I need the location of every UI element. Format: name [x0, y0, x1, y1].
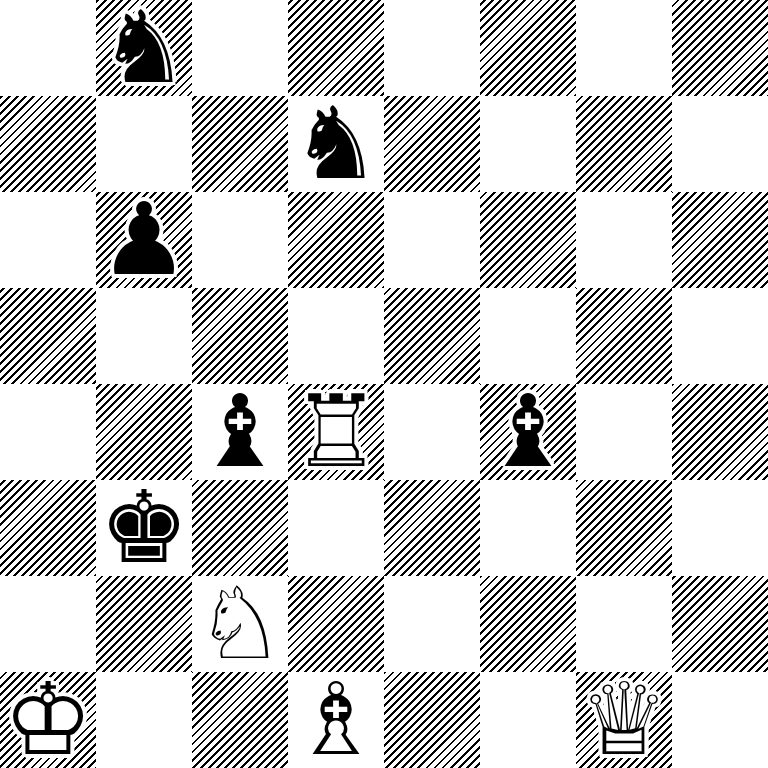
square-h5[interactable] [672, 288, 768, 384]
square-d3[interactable] [288, 480, 384, 576]
black-pawn: ♟ [96, 192, 192, 288]
square-d1[interactable]: ♝♗ [288, 672, 384, 768]
square-a2[interactable] [0, 576, 96, 672]
black-king: ♚ [96, 480, 192, 576]
square-d6[interactable] [288, 192, 384, 288]
square-a5[interactable] [0, 288, 96, 384]
square-e7[interactable] [384, 96, 480, 192]
square-g3[interactable] [576, 480, 672, 576]
square-b1[interactable] [96, 672, 192, 768]
square-c7[interactable] [192, 96, 288, 192]
square-a8[interactable] [0, 0, 96, 96]
black-bishop-glyph: ♝ [480, 384, 576, 480]
square-a1[interactable]: ♚♔ [0, 672, 96, 768]
square-a4[interactable] [0, 384, 96, 480]
square-f1[interactable] [480, 672, 576, 768]
square-c5[interactable] [192, 288, 288, 384]
square-f3[interactable] [480, 480, 576, 576]
white-bishop-outline: ♗ [288, 672, 384, 768]
square-c1[interactable] [192, 672, 288, 768]
square-b2[interactable] [96, 576, 192, 672]
square-b3[interactable]: ♚ [96, 480, 192, 576]
square-c3[interactable] [192, 480, 288, 576]
black-knight-glyph: ♞ [288, 96, 384, 192]
white-rook-outline: ♖ [288, 384, 384, 480]
square-h8[interactable] [672, 0, 768, 96]
square-g5[interactable] [576, 288, 672, 384]
square-g1[interactable]: ♛♕ [576, 672, 672, 768]
black-knight: ♞ [96, 0, 192, 96]
white-queen-outline: ♕ [576, 672, 672, 768]
square-c4[interactable]: ♝ [192, 384, 288, 480]
white-bishop: ♝♗ [288, 672, 384, 768]
black-bishop-glyph: ♝ [192, 384, 288, 480]
square-e8[interactable] [384, 0, 480, 96]
square-f7[interactable] [480, 96, 576, 192]
square-h4[interactable] [672, 384, 768, 480]
square-c2[interactable]: ♞♘ [192, 576, 288, 672]
square-g6[interactable] [576, 192, 672, 288]
square-e1[interactable] [384, 672, 480, 768]
black-bishop: ♝ [192, 384, 288, 480]
square-e4[interactable] [384, 384, 480, 480]
black-pawn-glyph: ♟ [96, 192, 192, 288]
square-h2[interactable] [672, 576, 768, 672]
square-g4[interactable] [576, 384, 672, 480]
square-f4[interactable]: ♝ [480, 384, 576, 480]
square-c8[interactable] [192, 0, 288, 96]
square-b8[interactable]: ♞ [96, 0, 192, 96]
white-king-outline: ♔ [0, 672, 96, 768]
black-king-glyph: ♚ [96, 480, 192, 576]
square-a6[interactable] [0, 192, 96, 288]
square-g2[interactable] [576, 576, 672, 672]
square-d2[interactable] [288, 576, 384, 672]
white-knight: ♞♘ [192, 576, 288, 672]
white-rook: ♜♖ [288, 384, 384, 480]
square-b7[interactable] [96, 96, 192, 192]
square-b4[interactable] [96, 384, 192, 480]
white-knight-outline: ♘ [192, 576, 288, 672]
square-e2[interactable] [384, 576, 480, 672]
square-b6[interactable]: ♟ [96, 192, 192, 288]
square-e6[interactable] [384, 192, 480, 288]
square-a3[interactable] [0, 480, 96, 576]
square-e5[interactable] [384, 288, 480, 384]
square-f8[interactable] [480, 0, 576, 96]
square-h3[interactable] [672, 480, 768, 576]
square-c6[interactable] [192, 192, 288, 288]
black-knight: ♞ [288, 96, 384, 192]
black-bishop: ♝ [480, 384, 576, 480]
square-h6[interactable] [672, 192, 768, 288]
square-f5[interactable] [480, 288, 576, 384]
white-king: ♚♔ [0, 672, 96, 768]
square-d8[interactable] [288, 0, 384, 96]
square-f2[interactable] [480, 576, 576, 672]
square-d4[interactable]: ♜♖ [288, 384, 384, 480]
square-h7[interactable] [672, 96, 768, 192]
square-d7[interactable]: ♞ [288, 96, 384, 192]
square-a7[interactable] [0, 96, 96, 192]
white-queen: ♛♕ [576, 672, 672, 768]
square-g7[interactable] [576, 96, 672, 192]
square-g8[interactable] [576, 0, 672, 96]
square-f6[interactable] [480, 192, 576, 288]
chess-board: ♞♞♟♝♜♖♝♚♞♘♚♔♝♗♛♕ [0, 0, 768, 768]
square-b5[interactable] [96, 288, 192, 384]
square-d5[interactable] [288, 288, 384, 384]
black-knight-glyph: ♞ [96, 0, 192, 96]
square-e3[interactable] [384, 480, 480, 576]
square-h1[interactable] [672, 672, 768, 768]
